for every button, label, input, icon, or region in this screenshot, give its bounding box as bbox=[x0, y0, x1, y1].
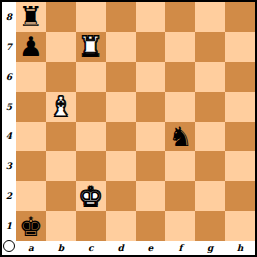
square-e6[interactable] bbox=[136, 62, 166, 92]
square-c5[interactable] bbox=[76, 92, 106, 122]
square-g3[interactable] bbox=[195, 151, 225, 181]
square-f1[interactable] bbox=[165, 211, 195, 241]
file-label-f: f bbox=[165, 241, 195, 255]
square-h8[interactable] bbox=[225, 2, 255, 32]
file-label-c: c bbox=[76, 241, 106, 255]
square-b3[interactable] bbox=[46, 151, 76, 181]
square-d5[interactable] bbox=[106, 92, 136, 122]
square-d6[interactable] bbox=[106, 62, 136, 92]
rank-label-6: 6 bbox=[2, 62, 16, 92]
square-g5[interactable] bbox=[195, 92, 225, 122]
square-d4[interactable] bbox=[106, 122, 136, 152]
square-c1[interactable] bbox=[76, 211, 106, 241]
white-bishop: ♝ bbox=[49, 93, 73, 120]
square-f5[interactable] bbox=[165, 92, 195, 122]
square-b7[interactable] bbox=[46, 32, 76, 62]
rank-label-5: 5 bbox=[2, 92, 16, 122]
square-f7[interactable] bbox=[165, 32, 195, 62]
square-a8[interactable]: ♜ bbox=[16, 2, 46, 32]
rank-label-8: 8 bbox=[2, 2, 16, 32]
square-g1[interactable] bbox=[195, 211, 225, 241]
square-b8[interactable] bbox=[46, 2, 76, 32]
square-c8[interactable] bbox=[76, 2, 106, 32]
square-b4[interactable] bbox=[46, 122, 76, 152]
file-labels: abcdefgh bbox=[16, 241, 255, 255]
square-f8[interactable] bbox=[165, 2, 195, 32]
square-h6[interactable] bbox=[225, 62, 255, 92]
chess-board: ♜♟♜♝♞♚♚ bbox=[16, 2, 255, 241]
square-a4[interactable] bbox=[16, 122, 46, 152]
black-knight: ♞ bbox=[168, 123, 192, 150]
file-label-a: a bbox=[16, 241, 46, 255]
square-a1[interactable]: ♚ bbox=[16, 211, 46, 241]
square-c2[interactable]: ♚ bbox=[76, 181, 106, 211]
square-d1[interactable] bbox=[106, 211, 136, 241]
square-a3[interactable] bbox=[16, 151, 46, 181]
square-f2[interactable] bbox=[165, 181, 195, 211]
white-king: ♚ bbox=[79, 183, 103, 210]
square-h1[interactable] bbox=[225, 211, 255, 241]
file-label-b: b bbox=[46, 241, 76, 255]
square-a6[interactable] bbox=[16, 62, 46, 92]
rank-label-4: 4 bbox=[2, 122, 16, 152]
square-f6[interactable] bbox=[165, 62, 195, 92]
square-e7[interactable] bbox=[136, 32, 166, 62]
file-label-e: e bbox=[136, 241, 166, 255]
rank-labels: 87654321 bbox=[2, 2, 16, 241]
square-e1[interactable] bbox=[136, 211, 166, 241]
square-g7[interactable] bbox=[195, 32, 225, 62]
square-h2[interactable] bbox=[225, 181, 255, 211]
square-h5[interactable] bbox=[225, 92, 255, 122]
file-label-h: h bbox=[225, 241, 255, 255]
square-g8[interactable] bbox=[195, 2, 225, 32]
square-c3[interactable] bbox=[76, 151, 106, 181]
square-d2[interactable] bbox=[106, 181, 136, 211]
square-d3[interactable] bbox=[106, 151, 136, 181]
square-g4[interactable] bbox=[195, 122, 225, 152]
square-h7[interactable] bbox=[225, 32, 255, 62]
rank-label-3: 3 bbox=[2, 151, 16, 181]
square-g6[interactable] bbox=[195, 62, 225, 92]
square-b6[interactable] bbox=[46, 62, 76, 92]
black-rook: ♜ bbox=[19, 3, 43, 30]
rank-label-1: 1 bbox=[2, 211, 16, 241]
square-e8[interactable] bbox=[136, 2, 166, 32]
square-c7[interactable]: ♜ bbox=[76, 32, 106, 62]
square-c4[interactable] bbox=[76, 122, 106, 152]
rank-label-2: 2 bbox=[2, 181, 16, 211]
file-label-d: d bbox=[106, 241, 136, 255]
square-b2[interactable] bbox=[46, 181, 76, 211]
square-b1[interactable] bbox=[46, 211, 76, 241]
square-h3[interactable] bbox=[225, 151, 255, 181]
square-b5[interactable]: ♝ bbox=[46, 92, 76, 122]
square-a5[interactable] bbox=[16, 92, 46, 122]
square-f3[interactable] bbox=[165, 151, 195, 181]
square-d8[interactable] bbox=[106, 2, 136, 32]
square-e3[interactable] bbox=[136, 151, 166, 181]
white-rook: ♜ bbox=[79, 33, 103, 60]
black-king: ♚ bbox=[19, 213, 43, 240]
white-to-move-indicator bbox=[3, 240, 15, 252]
square-c6[interactable] bbox=[76, 62, 106, 92]
black-pawn: ♟ bbox=[19, 33, 43, 60]
square-e2[interactable] bbox=[136, 181, 166, 211]
square-h4[interactable] bbox=[225, 122, 255, 152]
square-e5[interactable] bbox=[136, 92, 166, 122]
chess-diagram: 87654321 ♜♟♜♝♞♚♚ abcdefgh bbox=[0, 0, 257, 257]
square-a7[interactable]: ♟ bbox=[16, 32, 46, 62]
file-label-g: g bbox=[195, 241, 225, 255]
square-e4[interactable] bbox=[136, 122, 166, 152]
square-a2[interactable] bbox=[16, 181, 46, 211]
square-g2[interactable] bbox=[195, 181, 225, 211]
square-d7[interactable] bbox=[106, 32, 136, 62]
rank-label-7: 7 bbox=[2, 32, 16, 62]
square-f4[interactable]: ♞ bbox=[165, 122, 195, 152]
